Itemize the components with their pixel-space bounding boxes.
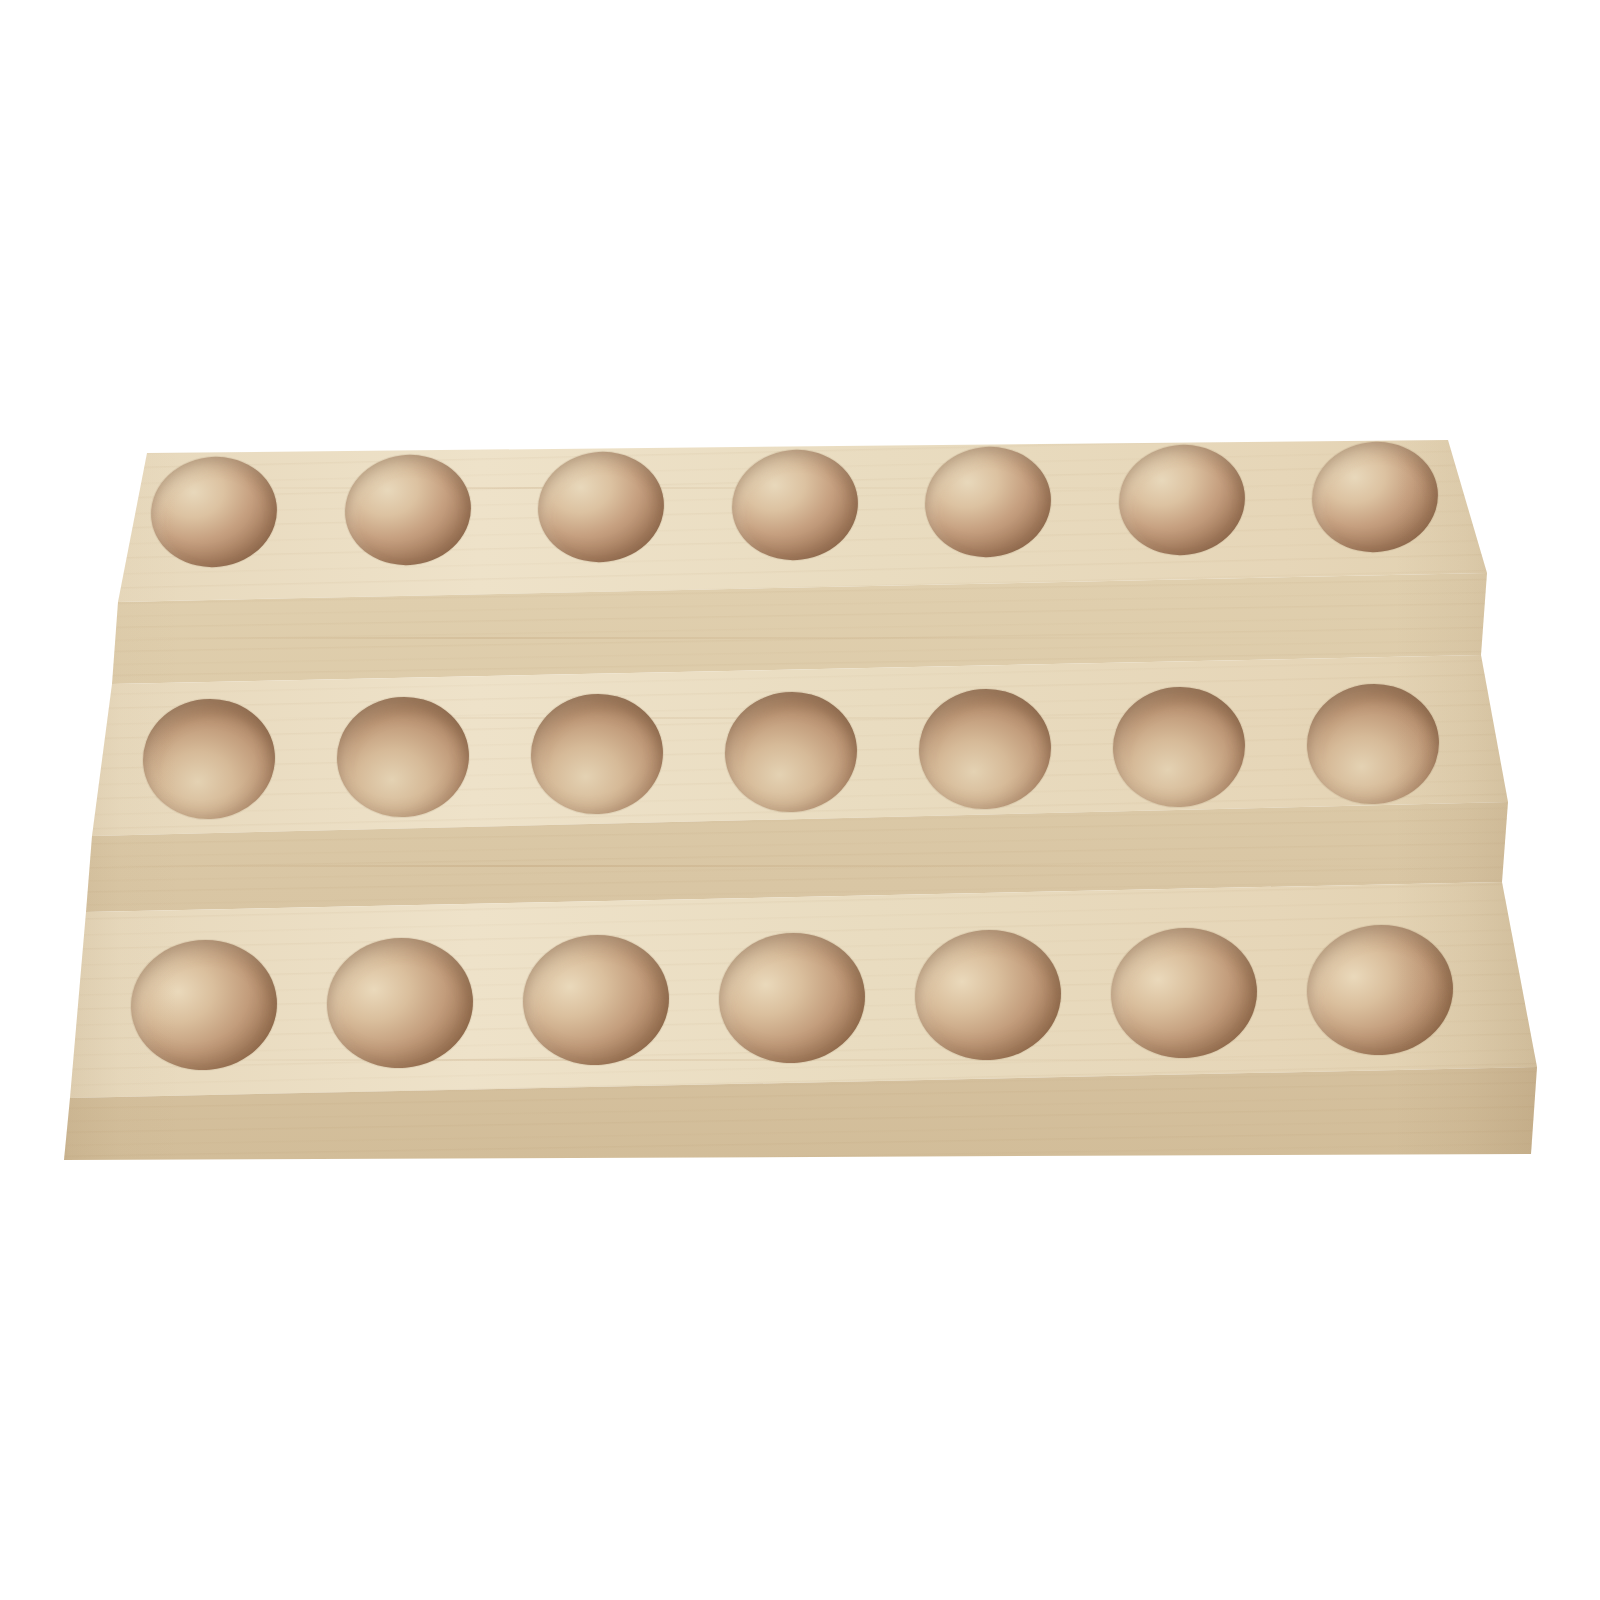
page-background	[0, 0, 1600, 1600]
wooden-board	[64, 427, 1540, 1160]
edge-shading	[64, 427, 1540, 1160]
